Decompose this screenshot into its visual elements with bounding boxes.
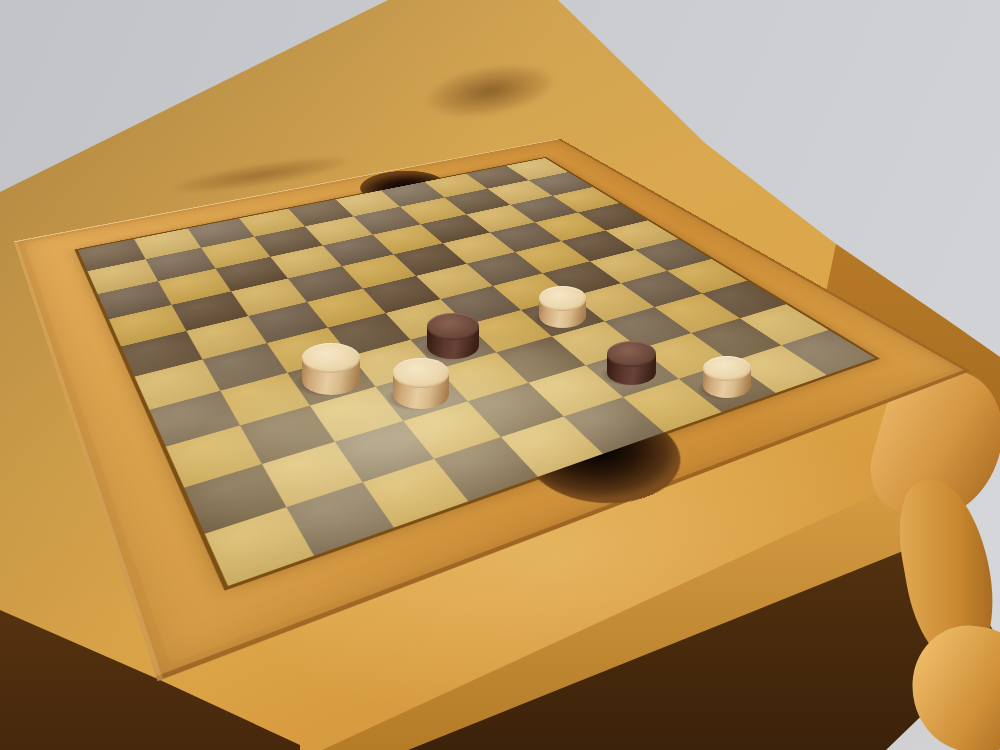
checker-light-r7c3[interactable] (302, 343, 360, 394)
scene (0, 0, 1000, 750)
checker-light-r8c4[interactable] (393, 358, 449, 408)
checker-dark-r9c7[interactable] (607, 341, 656, 385)
checker-top-face (539, 286, 585, 310)
checker-top-face (427, 313, 479, 340)
pieces-layer (0, 0, 1000, 750)
checker-top-face (703, 356, 751, 381)
checker-light-r7c7[interactable] (539, 286, 585, 327)
checker-dark-r7c5[interactable] (427, 313, 479, 359)
checker-light-r10c8[interactable] (703, 356, 751, 398)
checker-top-face (393, 358, 449, 387)
checker-top-face (607, 341, 656, 367)
